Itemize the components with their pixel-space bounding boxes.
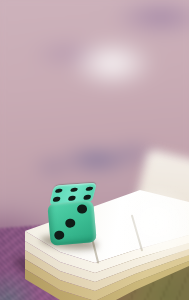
die-pip: [68, 196, 76, 201]
highlight-glow: [118, 186, 189, 258]
die-pip: [55, 188, 63, 193]
die-pip: [65, 218, 75, 228]
die-pip: [53, 197, 61, 202]
die-pip: [70, 187, 78, 192]
die-front-face-three: [47, 200, 96, 246]
die-pip: [54, 231, 64, 241]
die-pip: [77, 205, 87, 215]
die: [44, 181, 100, 247]
die-pip: [83, 194, 91, 199]
photo-dice-on-tiles: [0, 0, 189, 300]
die-pip: [85, 186, 93, 191]
